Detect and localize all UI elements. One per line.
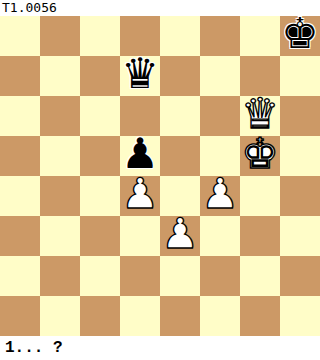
- square-c7[interactable]: [80, 56, 120, 96]
- square-e1[interactable]: [160, 296, 200, 336]
- square-e8[interactable]: [160, 16, 200, 56]
- square-g2[interactable]: [240, 256, 280, 296]
- square-f8[interactable]: [200, 16, 240, 56]
- square-a4[interactable]: [0, 176, 40, 216]
- square-a2[interactable]: [0, 256, 40, 296]
- square-a5[interactable]: [0, 136, 40, 176]
- piece-wp-d4: ♟: [121, 176, 159, 214]
- move-prompt-label: 1... ?: [0, 339, 63, 357]
- square-e7[interactable]: [160, 56, 200, 96]
- piece-wp-e3: ♟: [161, 216, 199, 254]
- square-c4[interactable]: [80, 176, 120, 216]
- square-g8[interactable]: [240, 16, 280, 56]
- square-g4[interactable]: [240, 176, 280, 216]
- square-f6[interactable]: [200, 96, 240, 136]
- square-a7[interactable]: [0, 56, 40, 96]
- square-b8[interactable]: [40, 16, 80, 56]
- square-b5[interactable]: [40, 136, 80, 176]
- square-g5[interactable]: ♚: [240, 136, 280, 176]
- square-g7[interactable]: [240, 56, 280, 96]
- square-h5[interactable]: [280, 136, 320, 176]
- square-b6[interactable]: [40, 96, 80, 136]
- square-c5[interactable]: [80, 136, 120, 176]
- square-c3[interactable]: [80, 216, 120, 256]
- square-c6[interactable]: [80, 96, 120, 136]
- square-h2[interactable]: [280, 256, 320, 296]
- square-d3[interactable]: [120, 216, 160, 256]
- square-h7[interactable]: [280, 56, 320, 96]
- square-f5[interactable]: [200, 136, 240, 176]
- square-b3[interactable]: [40, 216, 80, 256]
- diagram-footer: 1... ?: [0, 336, 320, 360]
- square-h4[interactable]: [280, 176, 320, 216]
- square-a3[interactable]: [0, 216, 40, 256]
- piece-bq-d7: ♛: [121, 56, 159, 94]
- square-g3[interactable]: [240, 216, 280, 256]
- square-e5[interactable]: [160, 136, 200, 176]
- square-e2[interactable]: [160, 256, 200, 296]
- square-d1[interactable]: [120, 296, 160, 336]
- square-d4[interactable]: ♟: [120, 176, 160, 216]
- square-b4[interactable]: [40, 176, 80, 216]
- square-d6[interactable]: [120, 96, 160, 136]
- square-e4[interactable]: [160, 176, 200, 216]
- square-e6[interactable]: [160, 96, 200, 136]
- square-a8[interactable]: [0, 16, 40, 56]
- square-d5[interactable]: ♟: [120, 136, 160, 176]
- square-g6[interactable]: ♛: [240, 96, 280, 136]
- square-h6[interactable]: [280, 96, 320, 136]
- square-b1[interactable]: [40, 296, 80, 336]
- square-f2[interactable]: [200, 256, 240, 296]
- piece-bp-d5: ♟: [121, 136, 159, 174]
- square-b2[interactable]: [40, 256, 80, 296]
- chess-diagram-page: T1.0056 ♚♛♛♟♚♟♟♟ 1... ?: [0, 0, 320, 360]
- square-c2[interactable]: [80, 256, 120, 296]
- piece-wp-f4: ♟: [201, 176, 239, 214]
- square-g1[interactable]: [240, 296, 280, 336]
- chess-board: ♚♛♛♟♚♟♟♟: [0, 16, 320, 336]
- square-h8[interactable]: ♚: [280, 16, 320, 56]
- square-d8[interactable]: [120, 16, 160, 56]
- square-h1[interactable]: [280, 296, 320, 336]
- square-b7[interactable]: [40, 56, 80, 96]
- puzzle-id-label: T1.0056: [0, 0, 57, 16]
- square-a1[interactable]: [0, 296, 40, 336]
- square-e3[interactable]: ♟: [160, 216, 200, 256]
- square-a6[interactable]: [0, 96, 40, 136]
- square-c8[interactable]: [80, 16, 120, 56]
- square-c1[interactable]: [80, 296, 120, 336]
- piece-wk-g5: ♚: [241, 136, 279, 174]
- square-h3[interactable]: [280, 216, 320, 256]
- piece-bk-h8: ♚: [281, 16, 319, 54]
- square-f4[interactable]: ♟: [200, 176, 240, 216]
- square-d2[interactable]: [120, 256, 160, 296]
- piece-wq-g6: ♛: [241, 96, 279, 134]
- square-f7[interactable]: [200, 56, 240, 96]
- square-f1[interactable]: [200, 296, 240, 336]
- square-d7[interactable]: ♛: [120, 56, 160, 96]
- diagram-header: T1.0056: [0, 0, 320, 16]
- square-f3[interactable]: [200, 216, 240, 256]
